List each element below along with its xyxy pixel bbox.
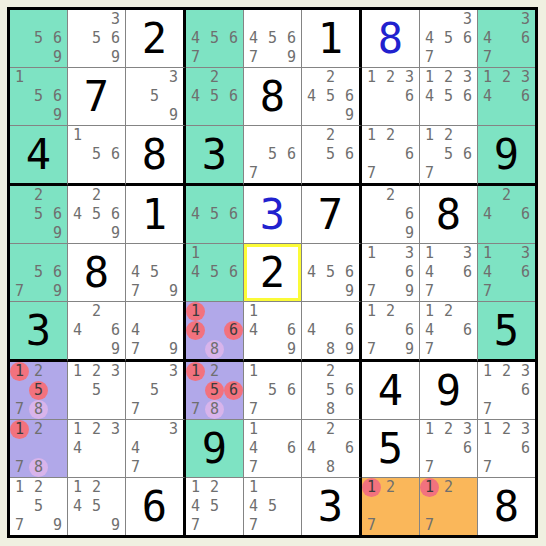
- cell-r8c2[interactable]: 1234: [68, 420, 126, 478]
- empty-candidate-slot: [478, 381, 497, 400]
- empty-candidate-slot: [263, 340, 282, 359]
- empty-candidate-slot: [458, 497, 477, 516]
- candidate-grid: 24569: [302, 68, 359, 125]
- cell-r3c7[interactable]: 1267: [362, 126, 420, 186]
- cell-r4c9[interactable]: 246: [478, 186, 535, 244]
- empty-candidate-slot: [48, 362, 67, 381]
- cell-r8c5[interactable]: 1467: [244, 420, 302, 478]
- cell-r8c1[interactable]: 1278: [10, 420, 68, 478]
- candidate-4: 4: [244, 321, 263, 340]
- candidate-2: 2: [87, 362, 106, 381]
- candidate-4: 4: [186, 29, 205, 48]
- cell-r1c1[interactable]: 569: [10, 10, 68, 68]
- empty-candidate-slot: [302, 244, 321, 263]
- candidate-1: 1: [478, 362, 497, 381]
- cell-r2c8[interactable]: 123456: [420, 68, 478, 126]
- cell-r4c6[interactable]: 7: [302, 186, 362, 244]
- empty-candidate-slot: [497, 29, 516, 48]
- empty-candidate-slot: [263, 48, 282, 67]
- cell-r1c8[interactable]: 34567: [420, 10, 478, 68]
- highlighted-candidate-5: 5: [205, 381, 224, 400]
- empty-candidate-slot: [263, 439, 282, 458]
- cell-r5c3[interactable]: 4579: [126, 244, 186, 302]
- empty-candidate-slot: [420, 10, 439, 29]
- candidate-6: 6: [282, 29, 301, 48]
- cell-r2c4[interactable]: 2456: [186, 68, 244, 126]
- cell-r5c8[interactable]: 13467: [420, 244, 478, 302]
- cell-r7c8[interactable]: 9: [420, 362, 478, 420]
- cell-r9c7[interactable]: 127: [362, 478, 420, 535]
- cell-r6c4[interactable]: 1468: [186, 302, 244, 362]
- candidate-6: 6: [400, 205, 419, 224]
- candidate-7: 7: [420, 340, 439, 359]
- empty-candidate-slot: [497, 400, 516, 419]
- candidate-7: 7: [362, 340, 381, 359]
- candidate-3: 3: [400, 244, 419, 263]
- empty-candidate-slot: [362, 263, 381, 282]
- candidate-6: 6: [458, 439, 477, 458]
- cell-r7c5[interactable]: 1567: [244, 362, 302, 420]
- candidate-9: 9: [340, 340, 359, 359]
- candidate-5: 5: [87, 145, 106, 164]
- candidate-grid: 3569: [68, 10, 125, 67]
- cell-r8c9[interactable]: 12367: [478, 420, 535, 478]
- empty-candidate-slot: [29, 48, 48, 67]
- empty-candidate-slot: [29, 439, 48, 458]
- candidate-6: 6: [400, 263, 419, 282]
- highlighted-candidate-8: 8: [29, 458, 48, 477]
- candidate-1: 1: [478, 68, 497, 87]
- cell-r5c1[interactable]: 5679: [10, 244, 68, 302]
- candidate-8: 8: [321, 458, 340, 477]
- candidate-6: 6: [282, 439, 301, 458]
- empty-candidate-slot: [381, 244, 400, 263]
- candidate-6: 6: [516, 381, 535, 400]
- empty-candidate-slot: [186, 381, 205, 400]
- empty-candidate-slot: [478, 439, 497, 458]
- empty-candidate-slot: [205, 302, 224, 321]
- cell-r6c8[interactable]: 12467: [420, 302, 478, 362]
- empty-candidate-slot: [439, 164, 458, 183]
- cell-r4c3[interactable]: 1: [126, 186, 186, 244]
- empty-candidate-slot: [68, 381, 87, 400]
- candidate-grid: 456: [186, 186, 243, 243]
- cell-r6c1[interactable]: 3: [10, 302, 68, 362]
- candidate-4: 4: [68, 439, 87, 458]
- cell-r6c9[interactable]: 5: [478, 302, 535, 362]
- cell-r8c4[interactable]: 9: [186, 420, 244, 478]
- candidate-4: 4: [126, 321, 145, 340]
- empty-candidate-slot: [302, 302, 321, 321]
- candidate-4: 4: [302, 321, 321, 340]
- candidate-grid: 3467: [478, 10, 535, 67]
- cell-r9c8[interactable]: 127: [420, 478, 478, 535]
- empty-candidate-slot: [205, 186, 224, 205]
- cell-r9c4[interactable]: 12457: [186, 478, 244, 535]
- empty-candidate-slot: [400, 186, 419, 205]
- cell-r7c2[interactable]: 1235: [68, 362, 126, 420]
- empty-candidate-slot: [400, 497, 419, 516]
- empty-candidate-slot: [420, 497, 439, 516]
- empty-candidate-slot: [186, 10, 205, 29]
- empty-candidate-slot: [48, 381, 67, 400]
- cell-r3c6[interactable]: 256: [302, 126, 362, 186]
- empty-candidate-slot: [340, 164, 359, 183]
- empty-candidate-slot: [186, 106, 205, 125]
- candidate-2: 2: [87, 302, 106, 321]
- cell-r6c2[interactable]: 2469: [68, 302, 126, 362]
- cell-r7c7[interactable]: 4: [362, 362, 420, 420]
- candidate-1: 1: [186, 478, 205, 497]
- empty-candidate-slot: [282, 400, 301, 419]
- candidate-3: 3: [164, 362, 183, 381]
- empty-candidate-slot: [340, 400, 359, 419]
- empty-candidate-slot: [497, 282, 516, 301]
- empty-candidate-slot: [321, 164, 340, 183]
- empty-candidate-slot: [145, 439, 164, 458]
- candidate-4: 4: [420, 87, 439, 106]
- cell-r6c5[interactable]: 1469: [244, 302, 302, 362]
- empty-candidate-slot: [282, 302, 301, 321]
- cell-r2c5[interactable]: 8: [244, 68, 302, 126]
- empty-candidate-slot: [400, 106, 419, 125]
- empty-candidate-slot: [362, 87, 381, 106]
- cell-r2c9[interactable]: 12346: [478, 68, 535, 126]
- candidate-grid: 569: [10, 10, 67, 67]
- empty-candidate-slot: [186, 340, 205, 359]
- empty-candidate-slot: [400, 516, 419, 535]
- empty-candidate-slot: [381, 145, 400, 164]
- empty-candidate-slot: [497, 439, 516, 458]
- empty-candidate-slot: [263, 126, 282, 145]
- empty-candidate-slot: [48, 400, 67, 419]
- empty-candidate-slot: [263, 400, 282, 419]
- empty-candidate-slot: [145, 302, 164, 321]
- candidate-grid: 12579: [10, 478, 67, 535]
- empty-candidate-slot: [302, 282, 321, 301]
- empty-candidate-slot: [87, 439, 106, 458]
- empty-candidate-slot: [106, 381, 125, 400]
- cell-r8c7[interactable]: 5: [362, 420, 420, 478]
- candidate-grid: 1456: [186, 244, 243, 301]
- candidate-2: 2: [439, 126, 458, 145]
- candidate-7: 7: [186, 516, 205, 535]
- candidate-6: 6: [282, 321, 301, 340]
- cell-r7c1[interactable]: 12578: [10, 362, 68, 420]
- empty-candidate-slot: [145, 68, 164, 87]
- cell-r3c8[interactable]: 12567: [420, 126, 478, 186]
- empty-candidate-slot: [263, 420, 282, 439]
- candidate-grid: 567: [244, 126, 301, 183]
- cell-r3c5[interactable]: 567: [244, 126, 302, 186]
- candidate-2: 2: [381, 186, 400, 205]
- empty-candidate-slot: [224, 516, 243, 535]
- empty-candidate-slot: [340, 362, 359, 381]
- cell-r8c8[interactable]: 12367: [420, 420, 478, 478]
- cell-r5c4[interactable]: 1456: [186, 244, 244, 302]
- candidate-4: 4: [302, 263, 321, 282]
- candidate-1: 1: [10, 68, 29, 87]
- candidate-3: 3: [458, 68, 477, 87]
- candidate-3: 3: [458, 10, 477, 29]
- candidate-grid: 127: [362, 478, 419, 535]
- empty-candidate-slot: [516, 48, 535, 67]
- candidate-7: 7: [362, 282, 381, 301]
- empty-candidate-slot: [516, 282, 535, 301]
- candidate-6: 6: [340, 439, 359, 458]
- empty-candidate-slot: [87, 224, 106, 243]
- candidate-9: 9: [106, 48, 125, 67]
- given-digit: 3: [186, 126, 243, 183]
- empty-candidate-slot: [478, 186, 497, 205]
- cell-r5c5[interactable]: 2: [244, 244, 302, 302]
- empty-candidate-slot: [439, 516, 458, 535]
- given-digit: 8: [420, 186, 477, 243]
- cell-r3c2[interactable]: 156: [68, 126, 126, 186]
- candidate-6: 6: [516, 87, 535, 106]
- empty-candidate-slot: [224, 400, 243, 419]
- empty-candidate-slot: [87, 126, 106, 145]
- empty-candidate-slot: [244, 381, 263, 400]
- empty-candidate-slot: [48, 420, 67, 439]
- given-digit: 8: [244, 68, 301, 125]
- candidate-9: 9: [48, 224, 67, 243]
- empty-candidate-slot: [186, 186, 205, 205]
- highlighted-candidate-8: 8: [205, 400, 224, 419]
- candidate-grid: 12679: [362, 302, 419, 359]
- empty-candidate-slot: [497, 244, 516, 263]
- cell-r2c6[interactable]: 24569: [302, 68, 362, 126]
- candidate-grid: 2456: [186, 68, 243, 125]
- empty-candidate-slot: [224, 302, 243, 321]
- empty-candidate-slot: [126, 244, 145, 263]
- candidate-9: 9: [400, 282, 419, 301]
- cell-r6c6[interactable]: 4689: [302, 302, 362, 362]
- cell-r3c1[interactable]: 4: [10, 126, 68, 186]
- cell-r1c5[interactable]: 45679: [244, 10, 302, 68]
- cell-r8c3[interactable]: 347: [126, 420, 186, 478]
- empty-candidate-slot: [381, 224, 400, 243]
- cell-r1c9[interactable]: 3467: [478, 10, 535, 68]
- cell-r4c1[interactable]: 2569: [10, 186, 68, 244]
- empty-candidate-slot: [48, 244, 67, 263]
- candidate-grid: 1236: [362, 68, 419, 125]
- candidate-6: 6: [516, 29, 535, 48]
- empty-candidate-slot: [263, 516, 282, 535]
- empty-candidate-slot: [458, 340, 477, 359]
- empty-candidate-slot: [458, 282, 477, 301]
- cell-r5c7[interactable]: 13679: [362, 244, 420, 302]
- candidate-5: 5: [145, 263, 164, 282]
- empty-candidate-slot: [302, 145, 321, 164]
- given-digit: 5: [362, 420, 419, 477]
- cell-r1c4[interactable]: 4567: [186, 10, 244, 68]
- candidate-6: 6: [224, 205, 243, 224]
- empty-candidate-slot: [458, 106, 477, 125]
- candidate-grid: 123456: [420, 68, 477, 125]
- candidate-4: 4: [478, 263, 497, 282]
- placed-digit: 8: [362, 10, 419, 67]
- candidate-5: 5: [263, 497, 282, 516]
- candidate-2: 2: [29, 186, 48, 205]
- cell-r4c4[interactable]: 456: [186, 186, 244, 244]
- cell-r7c3[interactable]: 357: [126, 362, 186, 420]
- cell-r9c1[interactable]: 12579: [10, 478, 68, 535]
- cell-r3c3[interactable]: 8: [126, 126, 186, 186]
- candidate-7: 7: [10, 458, 29, 477]
- cell-r9c6[interactable]: 3: [302, 478, 362, 535]
- empty-candidate-slot: [186, 224, 205, 243]
- empty-candidate-slot: [516, 458, 535, 477]
- empty-candidate-slot: [516, 400, 535, 419]
- highlighted-candidate-6: 6: [224, 381, 243, 400]
- empty-candidate-slot: [48, 497, 67, 516]
- cell-r4c2[interactable]: 24569: [68, 186, 126, 244]
- empty-candidate-slot: [10, 224, 29, 243]
- empty-candidate-slot: [29, 224, 48, 243]
- candidate-2: 2: [205, 478, 224, 497]
- empty-candidate-slot: [145, 282, 164, 301]
- empty-candidate-slot: [29, 516, 48, 535]
- cell-r6c7[interactable]: 12679: [362, 302, 420, 362]
- empty-candidate-slot: [224, 68, 243, 87]
- candidate-2: 2: [497, 68, 516, 87]
- cell-r6c3[interactable]: 479: [126, 302, 186, 362]
- candidate-1: 1: [68, 478, 87, 497]
- cell-r7c4[interactable]: 125678: [186, 362, 244, 420]
- cell-r3c4[interactable]: 3: [186, 126, 244, 186]
- empty-candidate-slot: [106, 439, 125, 458]
- cell-r4c8[interactable]: 8: [420, 186, 478, 244]
- candidate-6: 6: [458, 263, 477, 282]
- cell-r1c6[interactable]: 1: [302, 10, 362, 68]
- cell-r2c1[interactable]: 1569: [10, 68, 68, 126]
- empty-candidate-slot: [302, 106, 321, 125]
- empty-candidate-slot: [439, 340, 458, 359]
- candidate-6: 6: [516, 205, 535, 224]
- cell-r4c7[interactable]: 269: [362, 186, 420, 244]
- candidate-6: 6: [340, 145, 359, 164]
- empty-candidate-slot: [87, 340, 106, 359]
- empty-candidate-slot: [68, 400, 87, 419]
- candidate-grid: 1457: [244, 478, 301, 535]
- empty-candidate-slot: [224, 48, 243, 67]
- empty-candidate-slot: [439, 48, 458, 67]
- empty-candidate-slot: [381, 340, 400, 359]
- empty-candidate-slot: [224, 106, 243, 125]
- cell-r9c9[interactable]: 8: [478, 478, 535, 535]
- cell-r4c5[interactable]: 3: [244, 186, 302, 244]
- empty-candidate-slot: [10, 48, 29, 67]
- empty-candidate-slot: [282, 10, 301, 29]
- empty-candidate-slot: [439, 458, 458, 477]
- empty-candidate-slot: [29, 10, 48, 29]
- given-digit: 9: [420, 362, 477, 419]
- cell-r1c3[interactable]: 2: [126, 10, 186, 68]
- empty-candidate-slot: [439, 244, 458, 263]
- cell-r3c9[interactable]: 9: [478, 126, 535, 186]
- empty-candidate-slot: [497, 205, 516, 224]
- cell-r5c9[interactable]: 13467: [478, 244, 535, 302]
- cell-r7c9[interactable]: 12367: [478, 362, 535, 420]
- empty-candidate-slot: [68, 516, 87, 535]
- empty-candidate-slot: [381, 205, 400, 224]
- candidate-6: 6: [458, 145, 477, 164]
- candidate-6: 6: [458, 29, 477, 48]
- candidate-grid: 12467: [420, 302, 477, 359]
- empty-candidate-slot: [87, 10, 106, 29]
- empty-candidate-slot: [302, 126, 321, 145]
- candidate-6: 6: [340, 263, 359, 282]
- cell-r2c2[interactable]: 7: [68, 68, 126, 126]
- cell-r8c6[interactable]: 2468: [302, 420, 362, 478]
- cell-r2c3[interactable]: 359: [126, 68, 186, 126]
- candidate-grid: 2468: [302, 420, 359, 477]
- given-digit: 9: [478, 126, 535, 183]
- empty-candidate-slot: [282, 497, 301, 516]
- empty-candidate-slot: [29, 68, 48, 87]
- cell-r1c7[interactable]: 8: [362, 10, 420, 68]
- cell-r5c6[interactable]: 4569: [302, 244, 362, 302]
- empty-candidate-slot: [340, 126, 359, 145]
- empty-candidate-slot: [381, 263, 400, 282]
- candidate-2: 2: [29, 362, 48, 381]
- empty-candidate-slot: [106, 400, 125, 419]
- empty-candidate-slot: [321, 302, 340, 321]
- empty-candidate-slot: [224, 340, 243, 359]
- empty-candidate-slot: [381, 106, 400, 125]
- empty-candidate-slot: [497, 381, 516, 400]
- highlighted-candidate-1: 1: [10, 420, 29, 439]
- candidate-2: 2: [439, 420, 458, 439]
- candidate-grid: 13467: [420, 244, 477, 301]
- empty-candidate-slot: [362, 224, 381, 243]
- empty-candidate-slot: [224, 224, 243, 243]
- empty-candidate-slot: [302, 400, 321, 419]
- candidate-2: 2: [381, 68, 400, 87]
- cell-r7c6[interactable]: 2568: [302, 362, 362, 420]
- candidate-grid: 12367: [420, 420, 477, 477]
- cell-r1c2[interactable]: 3569: [68, 10, 126, 68]
- candidate-1: 1: [420, 244, 439, 263]
- cell-r9c2[interactable]: 12459: [68, 478, 126, 535]
- empty-candidate-slot: [439, 106, 458, 125]
- empty-candidate-slot: [439, 497, 458, 516]
- empty-candidate-slot: [205, 244, 224, 263]
- candidate-7: 7: [420, 516, 439, 535]
- given-digit: 8: [126, 126, 183, 183]
- cell-r9c5[interactable]: 1457: [244, 478, 302, 535]
- candidate-6: 6: [224, 263, 243, 282]
- empty-candidate-slot: [439, 321, 458, 340]
- highlighted-candidate-4: 4: [186, 321, 205, 340]
- empty-candidate-slot: [10, 244, 29, 263]
- empty-candidate-slot: [362, 205, 381, 224]
- empty-candidate-slot: [420, 145, 439, 164]
- candidate-6: 6: [400, 87, 419, 106]
- empty-candidate-slot: [68, 458, 87, 477]
- empty-candidate-slot: [263, 458, 282, 477]
- candidate-4: 4: [68, 497, 87, 516]
- highlighted-candidate-1: 1: [10, 362, 29, 381]
- candidate-grid: 347: [126, 420, 183, 477]
- cell-r9c3[interactable]: 6: [126, 478, 186, 535]
- candidate-6: 6: [48, 263, 67, 282]
- candidate-3: 3: [516, 420, 535, 439]
- empty-candidate-slot: [164, 87, 183, 106]
- cell-r2c7[interactable]: 1236: [362, 68, 420, 126]
- cell-r5c2[interactable]: 8: [68, 244, 126, 302]
